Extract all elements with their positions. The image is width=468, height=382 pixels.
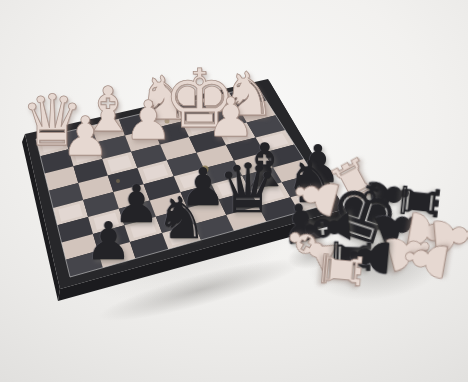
chess-piece-pink-pawn: ♟	[58, 110, 112, 164]
photo-chess-scene: ♛♝♞♟♟♚♞♟♝♟♟♟♛♞♞♟♜♟♟♜♚♟♝♟♟♟♝♟♜♟♟♜	[0, 0, 468, 382]
chess-piece-pink-rook: ♜	[313, 242, 369, 298]
chess-piece-black-pawn: ♟	[83, 215, 135, 267]
chess-piece-black-knight: ♞	[152, 189, 210, 247]
chess-piece-black-queen: ♛	[214, 155, 282, 223]
pieces-layer: ♛♝♞♟♟♚♞♟♝♟♟♟♛♞♞♟♜♟♟♜♚♟♝♟♟♟♝♟♜♟♟♜	[0, 0, 468, 382]
chess-piece-pink-pawn: ♟	[395, 228, 458, 291]
